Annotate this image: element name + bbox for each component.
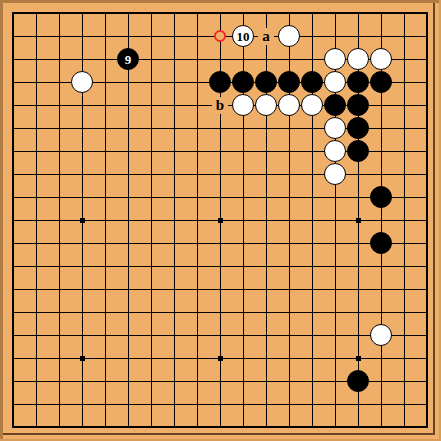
point-label-a: a xyxy=(258,28,274,45)
black-stone xyxy=(255,71,277,93)
white-stone xyxy=(71,71,93,93)
white-stone xyxy=(324,117,346,139)
grid-line-horizontal xyxy=(13,243,428,244)
grid-line-horizontal xyxy=(13,404,428,405)
grid-line-horizontal xyxy=(13,335,428,336)
white-stone-10: 10 xyxy=(232,25,254,47)
black-stone xyxy=(209,71,231,93)
black-stone xyxy=(370,71,392,93)
white-stone xyxy=(324,163,346,185)
hoshi-point xyxy=(80,218,85,223)
white-stone xyxy=(255,94,277,116)
black-stone xyxy=(370,186,392,208)
black-stone-9: 9 xyxy=(117,48,139,70)
red-circle-marker xyxy=(214,30,226,42)
hoshi-point xyxy=(80,356,85,361)
grid-line-horizontal xyxy=(13,266,428,267)
black-stone xyxy=(347,71,369,93)
grid-line-horizontal xyxy=(13,289,428,290)
white-stone xyxy=(278,25,300,47)
white-stone xyxy=(370,324,392,346)
white-stone xyxy=(232,94,254,116)
board-frame-top xyxy=(0,0,441,3)
white-stone xyxy=(301,94,323,116)
black-stone xyxy=(301,71,323,93)
white-stone xyxy=(324,48,346,70)
go-board: 109 ab xyxy=(0,0,441,441)
black-stone xyxy=(232,71,254,93)
hoshi-point xyxy=(356,218,361,223)
grid-line-vertical xyxy=(404,13,405,428)
white-stone xyxy=(324,71,346,93)
hoshi-point xyxy=(218,356,223,361)
white-stone xyxy=(278,94,300,116)
point-label-b: b xyxy=(212,97,228,114)
black-stone xyxy=(370,232,392,254)
grid-line-horizontal xyxy=(13,312,428,313)
white-stone xyxy=(324,140,346,162)
black-stone xyxy=(347,117,369,139)
black-stone xyxy=(278,71,300,93)
black-stone xyxy=(347,94,369,116)
hoshi-point xyxy=(356,356,361,361)
white-stone xyxy=(370,48,392,70)
hoshi-point xyxy=(218,218,223,223)
black-stone xyxy=(324,94,346,116)
board-frame-seam-bottom xyxy=(3,433,435,435)
board-frame-left xyxy=(0,0,3,441)
board-frame-seam-right xyxy=(433,3,435,435)
white-stone xyxy=(347,48,369,70)
black-stone xyxy=(347,140,369,162)
black-stone xyxy=(347,370,369,392)
